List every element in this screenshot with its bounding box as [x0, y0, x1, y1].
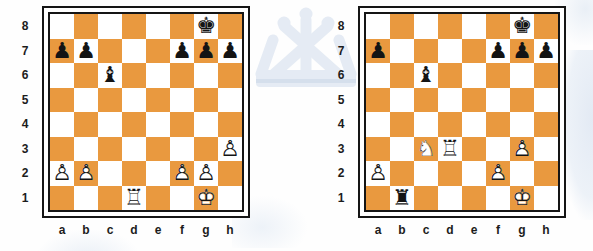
black-rook: ♜ [390, 186, 414, 211]
square-a4 [366, 112, 390, 137]
black-bishop: ♝ [98, 63, 122, 88]
square-c3: ♞♘ [414, 137, 438, 162]
square-e2 [462, 161, 486, 186]
rank-label-7: 7 [16, 39, 34, 64]
square-f2: ♟♙ [170, 161, 194, 186]
black-pawn: ♟ [486, 39, 510, 64]
black-pawn: ♟ [74, 39, 98, 64]
file-label-a: a [50, 221, 74, 239]
black-pawn: ♟ [534, 39, 558, 64]
rank-label-3: 3 [332, 137, 350, 162]
square-e2 [146, 161, 170, 186]
square-h5 [534, 88, 558, 113]
square-e7 [146, 39, 170, 64]
white-rook: ♜♖ [438, 137, 462, 162]
square-g3: ♟♙ [510, 137, 534, 162]
square-b5 [390, 88, 414, 113]
square-c3 [98, 137, 122, 162]
square-b7 [390, 39, 414, 64]
square-e5 [462, 88, 486, 113]
square-f7: ♟ [170, 39, 194, 64]
square-f5 [486, 88, 510, 113]
square-g1: ♚♔ [194, 186, 218, 211]
square-b2: ♟♙ [74, 161, 98, 186]
square-h4 [218, 112, 242, 137]
square-d3 [122, 137, 146, 162]
black-pawn: ♟ [510, 39, 534, 64]
black-pawn: ♟ [218, 39, 242, 64]
file-label-e: e [462, 221, 486, 239]
square-a2: ♟♙ [50, 161, 74, 186]
square-a5 [50, 88, 74, 113]
square-h6 [534, 63, 558, 88]
square-h8 [534, 14, 558, 39]
black-pawn: ♟ [366, 39, 390, 64]
square-h1 [218, 186, 242, 211]
board-frame: ♚♟♟♟♟♟♝♟♙♟♙♟♙♟♙♟♙♜♖♚♔ [42, 6, 250, 218]
square-f4 [170, 112, 194, 137]
file-label-d: d [438, 221, 462, 239]
file-labels: abcdefgh [50, 221, 242, 239]
square-a4 [50, 112, 74, 137]
square-c8 [414, 14, 438, 39]
square-d6 [122, 63, 146, 88]
square-h7: ♟ [218, 39, 242, 64]
square-b5 [74, 88, 98, 113]
square-b1: ♜ [390, 186, 414, 211]
square-a7: ♟ [366, 39, 390, 64]
black-pawn: ♟ [50, 39, 74, 64]
square-g6 [510, 63, 534, 88]
square-e1 [462, 186, 486, 211]
square-g5 [510, 88, 534, 113]
square-d2 [438, 161, 462, 186]
square-h6 [218, 63, 242, 88]
file-label-h: h [534, 221, 558, 239]
board-frame: ♚♟♟♟♟♝♞♘♜♖♟♙♟♙♟♙♜♚♔ [358, 6, 566, 218]
square-f3 [170, 137, 194, 162]
square-h1 [534, 186, 558, 211]
square-e8 [462, 14, 486, 39]
file-labels: abcdefgh [366, 221, 558, 239]
file-label-b: b [74, 221, 98, 239]
square-g6 [194, 63, 218, 88]
square-f2: ♟♙ [486, 161, 510, 186]
file-label-g: g [194, 221, 218, 239]
square-b6 [390, 63, 414, 88]
square-g4 [510, 112, 534, 137]
rank-label-5: 5 [16, 88, 34, 113]
square-b7: ♟ [74, 39, 98, 64]
square-e6 [146, 63, 170, 88]
file-label-c: c [98, 221, 122, 239]
black-pawn: ♟ [170, 39, 194, 64]
square-c2 [414, 161, 438, 186]
square-a7: ♟ [50, 39, 74, 64]
square-h2 [534, 161, 558, 186]
file-label-c: c [414, 221, 438, 239]
square-a6 [366, 63, 390, 88]
file-label-g: g [510, 221, 534, 239]
rank-label-1: 1 [332, 186, 350, 211]
square-d4 [122, 112, 146, 137]
rank-label-5: 5 [332, 88, 350, 113]
square-e8 [146, 14, 170, 39]
rank-label-4: 4 [16, 112, 34, 137]
square-h3: ♟♙ [218, 137, 242, 162]
square-a1 [50, 186, 74, 211]
square-a2: ♟♙ [366, 161, 390, 186]
square-d7 [438, 39, 462, 64]
square-b8 [390, 14, 414, 39]
black-bishop: ♝ [414, 63, 438, 88]
square-b3 [74, 137, 98, 162]
square-g2: ♟♙ [194, 161, 218, 186]
white-pawn: ♟♙ [366, 161, 390, 186]
file-label-b: b [390, 221, 414, 239]
square-e3 [146, 137, 170, 162]
square-h4 [534, 112, 558, 137]
square-g7: ♟ [194, 39, 218, 64]
square-f7: ♟ [486, 39, 510, 64]
square-b2 [390, 161, 414, 186]
square-a5 [366, 88, 390, 113]
white-knight: ♞♘ [414, 137, 438, 162]
square-b4 [74, 112, 98, 137]
square-c8 [98, 14, 122, 39]
square-f1 [486, 186, 510, 211]
square-a8 [366, 14, 390, 39]
square-b3 [390, 137, 414, 162]
square-d3: ♜♖ [438, 137, 462, 162]
square-a1 [366, 186, 390, 211]
square-c6: ♝ [98, 63, 122, 88]
square-d8 [438, 14, 462, 39]
white-pawn: ♟♙ [50, 161, 74, 186]
white-pawn: ♟♙ [194, 161, 218, 186]
file-label-a: a [366, 221, 390, 239]
square-a3 [366, 137, 390, 162]
square-b1 [74, 186, 98, 211]
white-pawn: ♟♙ [74, 161, 98, 186]
rank-label-2: 2 [332, 161, 350, 186]
black-pawn: ♟ [194, 39, 218, 64]
square-c1 [98, 186, 122, 211]
white-pawn: ♟♙ [170, 161, 194, 186]
square-c5 [414, 88, 438, 113]
black-king: ♚ [194, 14, 218, 39]
square-e5 [146, 88, 170, 113]
square-c4 [98, 112, 122, 137]
square-g1: ♚♔ [510, 186, 534, 211]
square-d5 [438, 88, 462, 113]
square-d5 [122, 88, 146, 113]
square-c4 [414, 112, 438, 137]
square-e3 [462, 137, 486, 162]
square-f8 [486, 14, 510, 39]
square-h8 [218, 14, 242, 39]
square-g4 [194, 112, 218, 137]
square-d4 [438, 112, 462, 137]
square-b6 [74, 63, 98, 88]
rank-label-3: 3 [16, 137, 34, 162]
file-label-e: e [146, 221, 170, 239]
rank-labels: 87654321 [16, 14, 34, 210]
square-b4 [390, 112, 414, 137]
chess-board: ♚♟♟♟♟♟♝♟♙♟♙♟♙♟♙♟♙♜♖♚♔ [48, 12, 244, 212]
square-g3 [194, 137, 218, 162]
square-a6 [50, 63, 74, 88]
black-king: ♚ [510, 14, 534, 39]
square-h3 [534, 137, 558, 162]
rank-label-6: 6 [332, 63, 350, 88]
white-king: ♚♔ [510, 186, 534, 211]
square-e7 [462, 39, 486, 64]
square-g8: ♚ [510, 14, 534, 39]
rank-label-8: 8 [332, 14, 350, 39]
square-d7 [122, 39, 146, 64]
square-g2 [510, 161, 534, 186]
square-a3 [50, 137, 74, 162]
square-d6 [438, 63, 462, 88]
white-king: ♚♔ [194, 186, 218, 211]
square-g8: ♚ [194, 14, 218, 39]
square-c1 [414, 186, 438, 211]
file-label-f: f [486, 221, 510, 239]
square-d2 [122, 161, 146, 186]
square-f6 [170, 63, 194, 88]
white-pawn: ♟♙ [510, 137, 534, 162]
square-b8 [74, 14, 98, 39]
rank-label-1: 1 [16, 186, 34, 211]
square-h2 [218, 161, 242, 186]
chess-board: ♚♟♟♟♟♝♞♘♜♖♟♙♟♙♟♙♜♚♔ [364, 12, 560, 212]
square-f5 [170, 88, 194, 113]
white-pawn: ♟♙ [486, 161, 510, 186]
square-f1 [170, 186, 194, 211]
square-f8 [170, 14, 194, 39]
square-c6: ♝ [414, 63, 438, 88]
rank-label-2: 2 [16, 161, 34, 186]
rank-label-8: 8 [16, 14, 34, 39]
square-c7 [414, 39, 438, 64]
square-e6 [462, 63, 486, 88]
square-c5 [98, 88, 122, 113]
square-e4 [462, 112, 486, 137]
square-f4 [486, 112, 510, 137]
square-g7: ♟ [510, 39, 534, 64]
square-f3 [486, 137, 510, 162]
rank-label-6: 6 [16, 63, 34, 88]
rank-label-4: 4 [332, 112, 350, 137]
square-c7 [98, 39, 122, 64]
square-h5 [218, 88, 242, 113]
white-rook: ♜♖ [122, 186, 146, 211]
square-e1 [146, 186, 170, 211]
square-c2 [98, 161, 122, 186]
square-d8 [122, 14, 146, 39]
rank-labels: 87654321 [332, 14, 350, 210]
square-h7: ♟ [534, 39, 558, 64]
file-label-d: d [122, 221, 146, 239]
square-f6 [486, 63, 510, 88]
square-d1: ♜♖ [122, 186, 146, 211]
rank-label-7: 7 [332, 39, 350, 64]
file-label-h: h [218, 221, 242, 239]
square-e4 [146, 112, 170, 137]
square-g5 [194, 88, 218, 113]
square-d1 [438, 186, 462, 211]
white-pawn: ♟♙ [218, 137, 242, 162]
file-label-f: f [170, 221, 194, 239]
square-a8 [50, 14, 74, 39]
